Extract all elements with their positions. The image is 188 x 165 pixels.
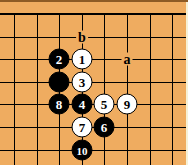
go-stone-black-plain: [49, 72, 70, 93]
go-stone-black-10: 10: [72, 140, 93, 161]
grid-hline: [0, 82, 186, 83]
go-stone-black-2: 2: [49, 49, 70, 70]
go-diagram[interactable]: 12345678910 ab: [0, 0, 188, 165]
top-horizontal-rule: [0, 0, 188, 2]
go-stone-white-7: 7: [72, 117, 93, 138]
go-stone-black-6: 6: [94, 117, 115, 138]
point-label-a: a: [122, 53, 133, 66]
grid-vline: [172, 13, 173, 165]
point-label-b: b: [76, 31, 88, 44]
go-stone-white-5: 5: [94, 94, 115, 115]
page-background-strip: [186, 0, 188, 165]
go-stone-black-4: 4: [72, 94, 93, 115]
grid-hline: [0, 59, 186, 60]
grid-vline: [14, 13, 15, 165]
go-stone-white-1: 1: [72, 49, 93, 70]
go-stone-black-8: 8: [49, 94, 70, 115]
board-top-edge-line: [0, 13, 186, 15]
grid-vline: [104, 13, 105, 165]
grid-hline: [0, 37, 186, 38]
grid-hline: [0, 150, 186, 151]
grid-vline: [150, 13, 151, 165]
go-stone-white-3: 3: [72, 72, 93, 93]
go-stone-white-9: 9: [117, 94, 138, 115]
grid-vline: [127, 13, 128, 165]
grid-vline: [37, 13, 38, 165]
